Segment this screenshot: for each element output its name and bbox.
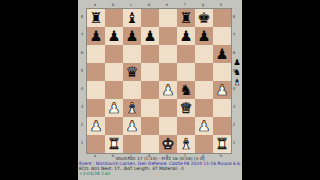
black-queen-c5[interactable]: ♛ — [126, 65, 139, 80]
file-label-h: h — [212, 2, 230, 8]
square-d1[interactable] — [141, 135, 159, 153]
captured-pieces-tray: ♟ ♞ ♝ — [233, 57, 242, 87]
rank-label-8: 8 — [79, 8, 85, 26]
square-h3[interactable] — [213, 99, 231, 117]
square-a4[interactable] — [87, 81, 105, 99]
file-label-f: f — [176, 2, 194, 8]
square-h7[interactable] — [213, 27, 231, 45]
black-pawn-a7[interactable]: ♟ — [90, 29, 103, 44]
square-e4[interactable]: ♟ — [159, 81, 177, 99]
square-h4[interactable]: ♟ — [213, 81, 231, 99]
square-d4[interactable] — [141, 81, 159, 99]
square-c3[interactable]: ♝ — [123, 99, 141, 117]
black-rook-f8[interactable]: ♜ — [180, 11, 193, 26]
file-labels-top: abcdefgh — [86, 2, 230, 8]
black-rook-a8[interactable]: ♜ — [90, 11, 103, 26]
square-g1[interactable] — [195, 135, 213, 153]
square-d5[interactable] — [141, 63, 159, 81]
file-label-g: g — [194, 2, 212, 8]
rank-label-8: 8 — [231, 8, 237, 26]
square-c7[interactable]: ♟ — [123, 27, 141, 45]
square-f3[interactable]: ♛ — [177, 99, 195, 117]
square-g3[interactable] — [195, 99, 213, 117]
square-a7[interactable]: ♟ — [87, 27, 105, 45]
square-c8[interactable]: ♝ — [123, 9, 141, 27]
square-b5[interactable] — [105, 63, 123, 81]
board-panel: abcdefgh 87654321 ♜♝♜♚♟♟♟♟♟♟♟♛♟♞♟♟♝♛♟♟♟♜… — [78, 0, 242, 180]
square-c6[interactable] — [123, 45, 141, 63]
rank-label-5: 5 — [79, 62, 85, 80]
square-a2[interactable]: ♟ — [87, 117, 105, 135]
rank-label-3: 3 — [231, 98, 237, 116]
square-d2[interactable] — [141, 117, 159, 135]
square-f4[interactable]: ♞ — [177, 81, 195, 99]
square-f7[interactable]: ♟ — [177, 27, 195, 45]
square-f6[interactable] — [177, 45, 195, 63]
black-knight-f4[interactable]: ♞ — [180, 83, 193, 98]
rank-label-1: 1 — [231, 134, 237, 152]
white-queen-f3[interactable]: ♛ — [180, 101, 193, 116]
square-c1[interactable] — [123, 135, 141, 153]
white-rook-b1[interactable]: ♜ — [108, 137, 121, 152]
square-a6[interactable] — [87, 45, 105, 63]
square-a3[interactable] — [87, 99, 105, 117]
rank-label-3: 3 — [79, 98, 85, 116]
rank-label-1: 1 — [79, 134, 85, 152]
square-h6[interactable]: ♟ — [213, 45, 231, 63]
square-g2[interactable]: ♟ — [195, 117, 213, 135]
square-g6[interactable] — [195, 45, 213, 63]
rank-label-6: 6 — [79, 44, 85, 62]
black-bishop-c8[interactable]: ♝ — [126, 11, 139, 26]
square-g5[interactable] — [195, 63, 213, 81]
white-rook-h1[interactable]: ♜ — [216, 137, 229, 152]
white-king-e1[interactable]: ♚ — [162, 137, 175, 152]
square-d6[interactable] — [141, 45, 159, 63]
file-label-a: a — [86, 2, 104, 8]
square-e7[interactable] — [159, 27, 177, 45]
square-e3[interactable] — [159, 99, 177, 117]
square-g7[interactable]: ♟ — [195, 27, 213, 45]
rank-labels-left: 87654321 — [79, 8, 85, 152]
rank-label-4: 4 — [79, 80, 85, 98]
square-e1[interactable]: ♚ — [159, 135, 177, 153]
rank-label-2: 2 — [79, 116, 85, 134]
square-h2[interactable] — [213, 117, 231, 135]
square-b4[interactable] — [105, 81, 123, 99]
square-c4[interactable] — [123, 81, 141, 99]
square-g4[interactable] — [195, 81, 213, 99]
captured-black-pawn-icon: ♟ — [233, 57, 241, 67]
engine-eval: +3.04/28 2.6s — [79, 172, 241, 177]
rank-label-7: 7 — [79, 26, 85, 44]
square-b1[interactable]: ♜ — [105, 135, 123, 153]
square-h5[interactable] — [213, 63, 231, 81]
square-b2[interactable] — [105, 117, 123, 135]
square-a1[interactable] — [87, 135, 105, 153]
square-f8[interactable]: ♜ — [177, 9, 195, 27]
captured-white-bishop-icon: ♝ — [233, 77, 241, 87]
black-pawn-g7[interactable]: ♟ — [198, 29, 211, 44]
square-c5[interactable]: ♛ — [123, 63, 141, 81]
white-pawn-a2[interactable]: ♟ — [90, 119, 103, 134]
file-label-c: c — [122, 2, 140, 8]
square-f5[interactable] — [177, 63, 195, 81]
white-pawn-e4[interactable]: ♟ — [162, 83, 175, 98]
square-b7[interactable]: ♟ — [105, 27, 123, 45]
white-pawn-h4[interactable]: ♟ — [216, 83, 229, 98]
black-pawn-c7[interactable]: ♟ — [126, 29, 139, 44]
file-label-b: b — [104, 2, 122, 8]
white-pawn-c2[interactable]: ♟ — [126, 119, 139, 134]
square-h8[interactable] — [213, 9, 231, 27]
square-d3[interactable] — [141, 99, 159, 117]
black-pawn-h6[interactable]: ♟ — [216, 47, 229, 62]
black-pawn-b7[interactable]: ♟ — [108, 29, 121, 44]
square-e5[interactable] — [159, 63, 177, 81]
square-e2[interactable] — [159, 117, 177, 135]
rank-label-7: 7 — [231, 26, 237, 44]
white-bishop-c3[interactable]: ♝ — [126, 101, 139, 116]
board[interactable]: ♜♝♜♚♟♟♟♟♟♟♟♛♟♞♟♟♝♛♟♟♟♜♚♝♜ — [86, 8, 232, 154]
square-d8[interactable] — [141, 9, 159, 27]
white-pawn-b3[interactable]: ♟ — [108, 101, 121, 116]
white-pawn-g2[interactable]: ♟ — [198, 119, 211, 134]
square-b6[interactable] — [105, 45, 123, 63]
square-d7[interactable]: ♟ — [141, 27, 159, 45]
square-f2[interactable] — [177, 117, 195, 135]
square-h1[interactable]: ♜ — [213, 135, 231, 153]
square-f1[interactable]: ♝ — [177, 135, 195, 153]
square-b3[interactable]: ♟ — [105, 99, 123, 117]
file-label-d: d — [140, 2, 158, 8]
white-bishop-f1[interactable]: ♝ — [180, 137, 193, 152]
black-king-g8[interactable]: ♚ — [198, 11, 211, 26]
square-e6[interactable] — [159, 45, 177, 63]
file-label-e: e — [158, 2, 176, 8]
square-c2[interactable]: ♟ — [123, 117, 141, 135]
captured-black-knight-icon: ♞ — [233, 67, 241, 77]
rank-label-2: 2 — [231, 116, 237, 134]
square-a5[interactable] — [87, 63, 105, 81]
caption-area: Stockfish 17 (1:10) - Fritz 16 (0:54) [1… — [79, 157, 241, 177]
square-b8[interactable] — [105, 9, 123, 27]
square-e8[interactable] — [159, 9, 177, 27]
square-a8[interactable]: ♜ — [87, 9, 105, 27]
black-pawn-f7[interactable]: ♟ — [180, 29, 193, 44]
square-g8[interactable]: ♚ — [195, 9, 213, 27]
black-pawn-d7[interactable]: ♟ — [144, 29, 157, 44]
